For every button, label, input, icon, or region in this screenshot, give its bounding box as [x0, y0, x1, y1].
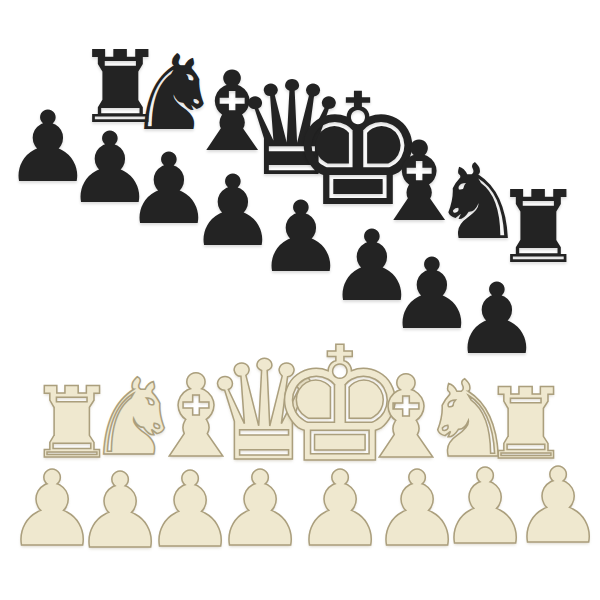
chess-set-product-photo: ♜♞♝♛♚♝♞♜♟♟♟♟♟♟♟♟ ♜♞♝♛♚♝♞♜♟♟♟♟♟♟♟♟	[0, 0, 600, 600]
white-pawn-piece: ♟	[511, 454, 600, 558]
white-pieces-group: ♜♞♝♛♚♝♞♜♟♟♟♟♟♟♟♟	[0, 0, 600, 600]
